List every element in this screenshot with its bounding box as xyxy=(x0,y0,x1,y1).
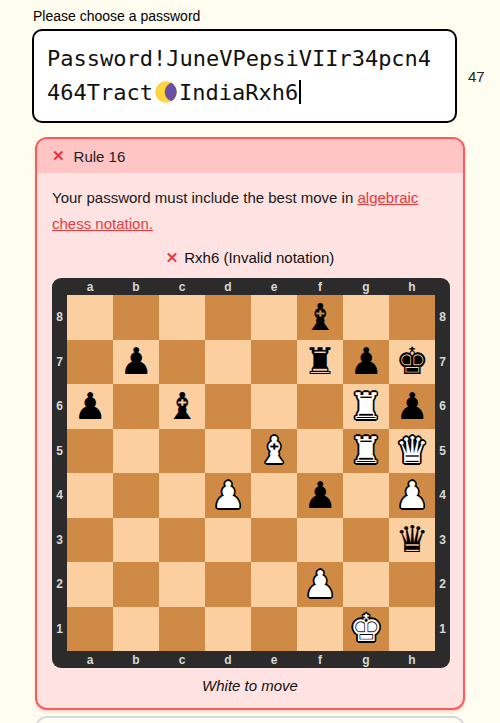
square-a1 xyxy=(67,607,113,652)
char-count: 47 xyxy=(468,68,485,85)
piece-black-pawn-f4: ♟ xyxy=(303,477,336,514)
rule-16-header: ✕ Rule 16 xyxy=(37,139,463,173)
square-a7 xyxy=(67,340,113,385)
square-a5 xyxy=(67,429,113,474)
piece-white-queen-h5: ♛ xyxy=(395,432,428,469)
square-f4: ♟ xyxy=(297,473,343,518)
square-e2 xyxy=(251,562,297,607)
piece-white-rook-g5: ♜ xyxy=(349,432,382,469)
file-label-c: c xyxy=(159,278,205,295)
file-label-a: a xyxy=(67,651,113,668)
invalid-move-text: Rxh6 (Invalid notation) xyxy=(184,249,334,266)
square-c1 xyxy=(159,607,205,652)
square-c7 xyxy=(159,340,205,385)
rank-label-right-6: 6 xyxy=(435,384,450,429)
square-e8 xyxy=(251,295,297,340)
square-g1: ♚ xyxy=(343,607,389,652)
file-label-f: f xyxy=(297,278,343,295)
file-label-g: g xyxy=(343,651,389,668)
square-d3 xyxy=(205,518,251,563)
square-f8: ♝ xyxy=(297,295,343,340)
board-corner xyxy=(52,651,67,668)
square-a2 xyxy=(67,562,113,607)
square-b2 xyxy=(113,562,159,607)
rank-label-right-4: 4 xyxy=(435,473,450,518)
password-line2-pre: 464Tract xyxy=(47,80,153,105)
square-d1 xyxy=(205,607,251,652)
waning-gibbous-moon-icon xyxy=(154,80,178,104)
square-h5: ♛ xyxy=(389,429,435,474)
square-c5 xyxy=(159,429,205,474)
square-h8 xyxy=(389,295,435,340)
square-g3 xyxy=(343,518,389,563)
square-b8 xyxy=(113,295,159,340)
board-corner xyxy=(435,278,450,295)
rank-label-4: 4 xyxy=(52,473,67,518)
square-f3 xyxy=(297,518,343,563)
password-prompt-label: Please choose a password xyxy=(33,8,500,24)
square-f2: ♟ xyxy=(297,562,343,607)
square-c6: ♝ xyxy=(159,384,205,429)
rule-16-body: Your password must include the best move… xyxy=(37,173,463,708)
square-d4: ♟ xyxy=(205,473,251,518)
file-label-h: h xyxy=(389,651,435,668)
next-rule-card-edge xyxy=(35,716,465,723)
square-f5 xyxy=(297,429,343,474)
square-d8 xyxy=(205,295,251,340)
square-c3 xyxy=(159,518,205,563)
square-f7: ♜ xyxy=(297,340,343,385)
password-text-line1: Password!JuneVPepsiVIIr34pcn4 xyxy=(47,42,442,76)
piece-black-bishop-c6: ♝ xyxy=(165,388,198,425)
piece-black-pawn-h6: ♟ xyxy=(395,388,428,425)
file-label-f: f xyxy=(297,651,343,668)
file-label-e: e xyxy=(251,278,297,295)
square-h4: ♟ xyxy=(389,473,435,518)
file-label-b: b xyxy=(113,278,159,295)
file-label-b: b xyxy=(113,651,159,668)
square-g7: ♟ xyxy=(343,340,389,385)
rule-description-text: Your password must include the best move… xyxy=(52,189,357,206)
piece-white-rook-g6: ♜ xyxy=(349,388,382,425)
rank-label-5: 5 xyxy=(52,429,67,474)
square-c4 xyxy=(159,473,205,518)
file-label-a: a xyxy=(67,278,113,295)
square-g2 xyxy=(343,562,389,607)
square-h7: ♚ xyxy=(389,340,435,385)
square-d6 xyxy=(205,384,251,429)
square-f6 xyxy=(297,384,343,429)
piece-white-pawn-f2: ♟ xyxy=(303,566,336,603)
square-b6 xyxy=(113,384,159,429)
square-g4 xyxy=(343,473,389,518)
rank-label-right-1: 1 xyxy=(435,607,450,652)
square-f1 xyxy=(297,607,343,652)
rule-title: Rule 16 xyxy=(74,148,126,165)
square-b7: ♟ xyxy=(113,340,159,385)
rule-16-card: ✕ Rule 16 Your password must include the… xyxy=(35,137,465,710)
square-e4 xyxy=(251,473,297,518)
piece-black-pawn-g7: ♟ xyxy=(349,343,382,380)
square-g8 xyxy=(343,295,389,340)
rank-label-1: 1 xyxy=(52,607,67,652)
rank-label-right-2: 2 xyxy=(435,562,450,607)
piece-white-pawn-d4: ♟ xyxy=(211,477,244,514)
rank-label-2: 2 xyxy=(52,562,67,607)
to-move-caption: White to move xyxy=(52,677,448,694)
square-a6: ♟ xyxy=(67,384,113,429)
text-cursor xyxy=(299,80,301,104)
file-label-d: d xyxy=(205,651,251,668)
square-b5 xyxy=(113,429,159,474)
piece-white-bishop-e5: ♝ xyxy=(257,432,290,469)
square-e6 xyxy=(251,384,297,429)
piece-white-pawn-h4: ♟ xyxy=(395,477,428,514)
square-a4 xyxy=(67,473,113,518)
rank-label-8: 8 xyxy=(52,295,67,340)
piece-black-king-h7: ♚ xyxy=(395,343,428,380)
piece-black-bishop-f8: ♝ xyxy=(303,299,336,336)
piece-white-king-g1: ♚ xyxy=(349,610,382,647)
rank-label-6: 6 xyxy=(52,384,67,429)
square-e5: ♝ xyxy=(251,429,297,474)
rank-label-right-3: 3 xyxy=(435,518,450,563)
password-input-row: Password!JuneVPepsiVIIr34pcn4 464TractIn… xyxy=(32,29,500,123)
square-b1 xyxy=(113,607,159,652)
file-label-h: h xyxy=(389,278,435,295)
square-h2 xyxy=(389,562,435,607)
square-h1 xyxy=(389,607,435,652)
file-label-e: e xyxy=(251,651,297,668)
board-corner xyxy=(435,651,450,668)
file-label-d: d xyxy=(205,278,251,295)
rank-label-right-5: 5 xyxy=(435,429,450,474)
square-e1 xyxy=(251,607,297,652)
square-h6: ♟ xyxy=(389,384,435,429)
square-e7 xyxy=(251,340,297,385)
rank-label-right-8: 8 xyxy=(435,295,450,340)
square-c2 xyxy=(159,562,205,607)
square-e3 xyxy=(251,518,297,563)
invalid-move-x-icon: ✕ xyxy=(166,249,179,266)
square-b3 xyxy=(113,518,159,563)
password-text-line2: 464TractIndiaRxh6 xyxy=(47,76,442,110)
square-g6: ♜ xyxy=(343,384,389,429)
chess-board: abcdefgh8♝87♟♜♟♚76♟♝♜♟65♝♜♛54♟♟♟43♛32♟21… xyxy=(52,278,450,668)
rank-label-7: 7 xyxy=(52,340,67,385)
file-label-g: g xyxy=(343,278,389,295)
piece-black-pawn-a6: ♟ xyxy=(73,388,106,425)
square-g5: ♜ xyxy=(343,429,389,474)
rank-label-right-7: 7 xyxy=(435,340,450,385)
piece-black-pawn-b7: ♟ xyxy=(119,343,152,380)
rank-label-3: 3 xyxy=(52,518,67,563)
square-a3 xyxy=(67,518,113,563)
square-d5 xyxy=(205,429,251,474)
square-a8 xyxy=(67,295,113,340)
piece-black-queen-h3: ♛ xyxy=(395,521,428,558)
square-d7 xyxy=(205,340,251,385)
piece-black-rook-f7: ♜ xyxy=(303,343,336,380)
square-b4 xyxy=(113,473,159,518)
password-input[interactable]: Password!JuneVPepsiVIIr34pcn4 464TractIn… xyxy=(32,29,457,123)
password-line2-post: IndiaRxh6 xyxy=(179,80,298,105)
board-corner xyxy=(52,278,67,295)
square-h3: ♛ xyxy=(389,518,435,563)
rule-description: Your password must include the best move… xyxy=(52,185,448,237)
square-c8 xyxy=(159,295,205,340)
file-label-c: c xyxy=(159,651,205,668)
square-d2 xyxy=(205,562,251,607)
move-status-line: ✕Rxh6 (Invalid notation) xyxy=(52,249,448,267)
rule-failed-x-icon: ✕ xyxy=(52,147,65,165)
